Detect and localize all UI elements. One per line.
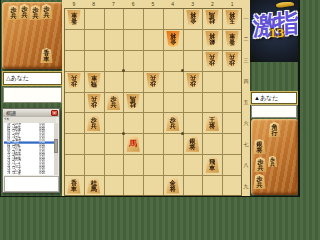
file-label-8: 8 — [84, 0, 104, 8]
rank-label-2: 二 — [242, 35, 250, 43]
board-cell-55[interactable] — [144, 93, 164, 114]
kifu-cell-tm: 0:00 — [40, 173, 54, 175]
board-cell-35[interactable] — [184, 93, 204, 114]
kifu-titlebar[interactable]: 棋譜 × — [3, 109, 59, 117]
rank-label-5: 五 — [242, 98, 250, 106]
hand-piece-歩兵[interactable]: 歩兵 — [267, 156, 277, 168]
board-cell-53[interactable] — [144, 51, 164, 72]
file-label-1: 1 — [222, 0, 242, 8]
board-cell-73[interactable] — [105, 51, 125, 72]
hand-piece-角行[interactable]: 角行 — [268, 122, 281, 137]
board-cell-57[interactable] — [144, 134, 164, 155]
board-cell-81[interactable] — [85, 9, 105, 30]
board-cell-39[interactable] — [184, 176, 204, 197]
file-label-3: 3 — [183, 0, 203, 8]
board-cell-38[interactable] — [184, 155, 204, 176]
rank-label-3: 三 — [242, 56, 250, 64]
star-point — [181, 132, 184, 135]
rank-label-4: 四 — [242, 77, 250, 85]
board-cell-92[interactable] — [65, 30, 85, 51]
shogi-piece-歩兵[interactable]: 歩兵 — [40, 4, 53, 19]
board-cell-74[interactable] — [105, 72, 125, 93]
shogi-board[interactable]: 987654321一二三四五六七八九香車金将桂馬玉将金将銀将香車歩兵歩兵歩兵飛車… — [62, 0, 250, 197]
gote-captured-tray[interactable]: 歩兵歩兵歩兵歩兵香車 — [2, 2, 63, 69]
board-cell-56[interactable] — [144, 113, 164, 134]
kifu-window[interactable]: 棋譜 × 手数指し手時間 59▲4六歩0:0060△5四歩0:0061▲3七銀0… — [2, 108, 60, 193]
board-cell-71[interactable] — [105, 9, 125, 30]
file-label-4: 4 — [163, 0, 183, 8]
gote-info-panel — [3, 87, 62, 103]
board-cell-72[interactable] — [105, 30, 125, 51]
board-cell-16[interactable] — [223, 113, 243, 134]
board-cell-88[interactable] — [85, 155, 105, 176]
board-cell-98[interactable] — [65, 155, 85, 176]
board-cell-18[interactable] — [223, 155, 243, 176]
board-cell-27[interactable] — [203, 134, 223, 155]
file-label-6: 6 — [123, 0, 143, 8]
kifu-row-78[interactable]: 78△4二金0:00 — [4, 173, 56, 175]
file-label-5: 5 — [143, 0, 163, 8]
board-cell-15[interactable] — [223, 93, 243, 114]
file-label-7: 7 — [104, 0, 124, 8]
hand-piece-香車[interactable]: 香車 — [40, 48, 53, 63]
gote-player-name: △あなた — [6, 74, 29, 83]
board-cell-66[interactable] — [124, 113, 144, 134]
screen-edge-left — [0, 0, 1, 197]
board-cell-69[interactable] — [124, 176, 144, 197]
board-cell-24[interactable] — [203, 72, 223, 93]
kifu-window-title: 棋譜 — [6, 110, 51, 116]
hand-piece-歩兵[interactable]: 歩兵 — [254, 157, 267, 172]
board-cell-52[interactable] — [144, 30, 164, 51]
hand-piece-銀将[interactable]: 銀将 — [253, 139, 266, 154]
close-icon[interactable]: × — [51, 110, 58, 116]
file-label-2: 2 — [202, 0, 222, 8]
kifu-scrollbar-thumb[interactable] — [54, 139, 58, 153]
board-cell-76[interactable] — [105, 113, 125, 134]
board-cell-95[interactable] — [65, 93, 85, 114]
board-cell-96[interactable] — [65, 113, 85, 134]
board-cell-41[interactable] — [164, 9, 184, 30]
screen-edge-right — [298, 0, 300, 197]
board-cell-97[interactable] — [65, 134, 85, 155]
board-cell-87[interactable] — [85, 134, 105, 155]
board-cell-14[interactable] — [223, 72, 243, 93]
board-cell-79[interactable] — [105, 176, 125, 197]
board-cell-48[interactable] — [164, 155, 184, 176]
sente-info-panel — [251, 105, 297, 118]
shogi-piece-角行[interactable]: 角行 — [268, 122, 281, 137]
board-cell-33[interactable] — [184, 51, 204, 72]
board-cell-63[interactable] — [124, 51, 144, 72]
star-point — [122, 132, 125, 135]
board-cell-64[interactable] — [124, 72, 144, 93]
board-cell-19[interactable] — [223, 176, 243, 197]
rank-label-8: 八 — [242, 161, 250, 169]
board-cell-59[interactable] — [144, 176, 164, 197]
board-cell-93[interactable] — [65, 51, 85, 72]
hand-piece-歩兵[interactable]: 歩兵 — [40, 4, 53, 19]
board-cell-61[interactable] — [124, 9, 144, 30]
kifu-scrollbar[interactable] — [54, 123, 58, 175]
board-cell-62[interactable] — [124, 30, 144, 51]
rank-label-9: 九 — [242, 182, 250, 190]
board-cell-51[interactable] — [144, 9, 164, 30]
board-cell-58[interactable] — [144, 155, 164, 176]
sente-player-label: ▲あなた — [251, 92, 297, 104]
shogi-piece-歩兵[interactable]: 歩兵 — [253, 174, 266, 189]
kifu-cell-no: 78 — [4, 173, 10, 175]
star-point — [122, 69, 125, 72]
board-cell-78[interactable] — [105, 155, 125, 176]
board-cell-29[interactable] — [203, 176, 223, 197]
hand-piece-歩兵[interactable]: 歩兵 — [253, 174, 266, 189]
board-cell-45[interactable] — [164, 93, 184, 114]
rank-label-7: 七 — [242, 140, 250, 148]
board-cell-17[interactable] — [223, 134, 243, 155]
board-cell-83[interactable] — [85, 51, 105, 72]
shogi-piece-歩兵[interactable]: 歩兵 — [254, 157, 267, 172]
rank-label-1: 一 — [242, 14, 250, 22]
board-cell-44[interactable] — [164, 72, 184, 93]
screen-edge-bottom — [0, 196, 300, 197]
gote-player-label: △あなた — [3, 72, 62, 85]
kifu-move-list[interactable]: 59▲4六歩0:0060△5四歩0:0061▲3七銀0:0062△7五歩0:00… — [4, 123, 56, 175]
sente-player-name: ▲あなた — [254, 94, 278, 103]
logo-version-number: 13 — [269, 27, 284, 40]
gekisashi-logo: 激指 13 — [250, 0, 298, 62]
shogi-piece-銀将[interactable]: 銀将 — [253, 139, 266, 154]
board-cell-25[interactable] — [203, 93, 223, 114]
shogi-piece-香車[interactable]: 香車 — [40, 48, 53, 63]
board-cell-82[interactable] — [85, 30, 105, 51]
sente-captured-tray[interactable]: 角行銀将歩兵歩兵歩兵 — [251, 119, 298, 195]
kifu-col-header-0[interactable]: 手数 — [4, 117, 21, 121]
shogi-piece-歩兵[interactable]: 歩兵 — [267, 156, 277, 168]
rank-label-6: 六 — [242, 119, 250, 127]
board-cell-68[interactable] — [124, 155, 144, 176]
board-cell-32[interactable] — [184, 30, 204, 51]
board-cell-77[interactable] — [105, 134, 125, 155]
kifu-cell-mv: △4二金 — [12, 173, 40, 175]
board-cell-47[interactable] — [164, 134, 184, 155]
board-cell-36[interactable] — [184, 113, 204, 134]
kifu-comment-area — [4, 176, 59, 192]
file-label-9: 9 — [64, 0, 84, 8]
